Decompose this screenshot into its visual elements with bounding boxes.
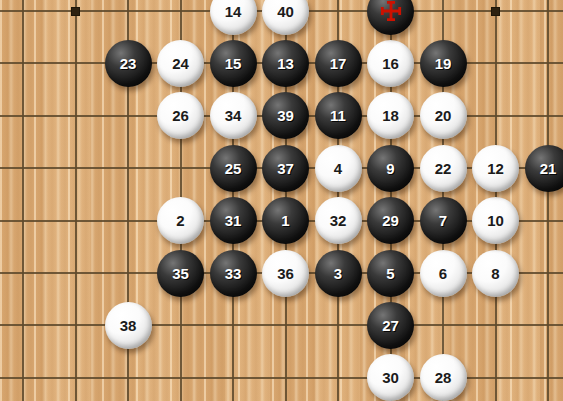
move-number: 27 [382,318,399,333]
move-number: 3 [334,266,342,281]
stone-white-move-16: 16 [367,40,414,87]
stone-white-move-6: 6 [420,250,467,297]
grid-line-horizontal [0,324,563,326]
move-number: 10 [487,213,504,228]
stone-black-move-9: 9 [367,145,414,192]
move-number: 15 [225,56,242,71]
move-number: 32 [330,213,347,228]
stone-white-move-10: 10 [472,197,519,244]
stone-black-move-31: 31 [210,197,257,244]
move-number: 38 [120,318,137,333]
move-number: 17 [330,56,347,71]
move-number: 22 [435,161,452,176]
stone-black-move-33: 33 [210,250,257,297]
stone-black-move-23: 23 [105,40,152,87]
gomoku-board[interactable]: 1234567891011121314151617181920212223242… [0,0,563,401]
stone-black-move-5: 5 [367,250,414,297]
move-number: 33 [225,266,242,281]
grid-line-vertical [22,0,24,401]
move-number: 2 [176,213,184,228]
stone-white-move-2: 2 [157,197,204,244]
move-number: 39 [277,108,294,123]
move-number: 23 [120,56,137,71]
stone-black-move-21: 21 [525,145,563,192]
stone-white-move-22: 22 [420,145,467,192]
stone-black-move-35: 35 [157,250,204,297]
move-number: 13 [277,56,294,71]
move-number: 31 [225,213,242,228]
move-number: 29 [382,213,399,228]
stone-black-move-7: 7 [420,197,467,244]
move-number: 25 [225,161,242,176]
stone-black-move-1: 1 [262,197,309,244]
grid-line-vertical [547,0,549,401]
stone-white-move-34: 34 [210,92,257,139]
move-number: 16 [382,56,399,71]
move-number: 40 [277,4,294,19]
stone-black-move-37: 37 [262,145,309,192]
move-number: 6 [439,266,447,281]
stone-white-move-24: 24 [157,40,204,87]
stone-black-move-19: 19 [420,40,467,87]
stone-black-move-17: 17 [315,40,362,87]
stone-black-move-39: 39 [262,92,309,139]
stone-black-move-15: 15 [210,40,257,87]
stone-black-move-41 [367,0,414,35]
move-number: 7 [439,213,447,228]
move-number: 4 [334,161,342,176]
move-number: 30 [382,370,399,385]
grid-line-vertical [75,0,77,401]
star-point [71,7,80,16]
stone-black-move-3: 3 [315,250,362,297]
stone-black-move-29: 29 [367,197,414,244]
move-number: 28 [435,370,452,385]
stone-black-move-25: 25 [210,145,257,192]
move-number: 20 [435,108,452,123]
stone-white-move-14: 14 [210,0,257,35]
stone-black-move-13: 13 [262,40,309,87]
move-number: 21 [540,161,557,176]
move-number: 8 [491,266,499,281]
stone-white-move-32: 32 [315,197,362,244]
stone-white-move-18: 18 [367,92,414,139]
stone-white-move-4: 4 [315,145,362,192]
stone-black-move-27: 27 [367,302,414,349]
move-number: 14 [225,4,242,19]
move-number: 1 [281,213,289,228]
move-number: 24 [172,56,189,71]
stone-white-move-36: 36 [262,250,309,297]
stone-white-move-26: 26 [157,92,204,139]
move-number: 34 [225,108,242,123]
stone-white-move-20: 20 [420,92,467,139]
move-number: 36 [277,266,294,281]
grid-line-horizontal [0,377,563,379]
move-number: 37 [277,161,294,176]
last-move-cross-icon [378,0,404,24]
move-number: 12 [487,161,504,176]
move-number: 9 [386,161,394,176]
move-number: 19 [435,56,452,71]
stone-white-move-38: 38 [105,302,152,349]
star-point [491,7,500,16]
move-number: 35 [172,266,189,281]
move-number: 26 [172,108,189,123]
stone-white-move-40: 40 [262,0,309,35]
stone-white-move-30: 30 [367,354,414,401]
move-number: 5 [386,266,394,281]
stone-white-move-12: 12 [472,145,519,192]
move-number: 18 [382,108,399,123]
stone-white-move-8: 8 [472,250,519,297]
move-number: 11 [330,108,346,123]
stone-black-move-11: 11 [315,92,362,139]
stone-white-move-28: 28 [420,354,467,401]
